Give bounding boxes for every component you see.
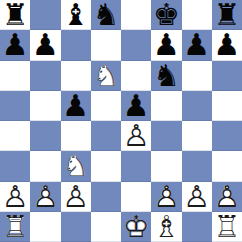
black-pawn[interactable]: ♟ (121, 91, 151, 121)
square-a1[interactable]: ♖ (0, 212, 30, 242)
black-rook[interactable]: ♜ (0, 0, 30, 30)
square-c5[interactable]: ♟ (61, 91, 91, 121)
white-pawn[interactable]: ♙ (0, 182, 30, 212)
white-bishop[interactable]: ♗ (151, 212, 181, 242)
square-a7[interactable]: ♟ (0, 30, 30, 60)
square-h8[interactable]: ♜ (212, 0, 242, 30)
square-d6[interactable]: ♘ (91, 61, 121, 91)
square-f4[interactable] (151, 121, 181, 151)
square-g2[interactable]: ♙ (182, 182, 212, 212)
square-a4[interactable] (0, 121, 30, 151)
square-a8[interactable]: ♜ (0, 0, 30, 30)
square-d4[interactable] (91, 121, 121, 151)
square-b7[interactable]: ♟ (30, 30, 60, 60)
square-f2[interactable]: ♙ (151, 182, 181, 212)
square-a5[interactable] (0, 91, 30, 121)
square-a2[interactable]: ♙ (0, 182, 30, 212)
square-c3[interactable]: ♘ (61, 151, 91, 181)
black-pawn[interactable]: ♟ (151, 30, 181, 60)
square-d7[interactable] (91, 30, 121, 60)
square-e2[interactable] (121, 182, 151, 212)
black-king[interactable]: ♚ (151, 0, 181, 30)
square-c2[interactable]: ♙ (61, 182, 91, 212)
square-h1[interactable]: ♖ (212, 212, 242, 242)
square-f1[interactable]: ♗ (151, 212, 181, 242)
square-c6[interactable] (61, 61, 91, 91)
square-d1[interactable] (91, 212, 121, 242)
black-knight[interactable]: ♞ (91, 0, 121, 30)
square-f8[interactable]: ♚ (151, 0, 181, 30)
square-e8[interactable] (121, 0, 151, 30)
square-b1[interactable] (30, 212, 60, 242)
square-c1[interactable] (61, 212, 91, 242)
square-c7[interactable] (61, 30, 91, 60)
black-pawn[interactable]: ♟ (61, 91, 91, 121)
square-c4[interactable] (61, 121, 91, 151)
square-e1[interactable]: ♔ (121, 212, 151, 242)
square-e7[interactable] (121, 30, 151, 60)
square-c8[interactable]: ♝ (61, 0, 91, 30)
square-h3[interactable] (212, 151, 242, 181)
square-e4[interactable]: ♙ (121, 121, 151, 151)
white-knight[interactable]: ♘ (91, 61, 121, 91)
white-pawn[interactable]: ♙ (212, 182, 242, 212)
square-g5[interactable] (182, 91, 212, 121)
square-f6[interactable]: ♞ (151, 61, 181, 91)
square-g8[interactable] (182, 0, 212, 30)
square-b3[interactable] (30, 151, 60, 181)
white-pawn[interactable]: ♙ (61, 182, 91, 212)
black-pawn[interactable]: ♟ (182, 30, 212, 60)
square-d8[interactable]: ♞ (91, 0, 121, 30)
white-pawn[interactable]: ♙ (30, 182, 60, 212)
square-d3[interactable] (91, 151, 121, 181)
white-king[interactable]: ♔ (121, 212, 151, 242)
square-h5[interactable] (212, 91, 242, 121)
square-b6[interactable] (30, 61, 60, 91)
black-rook[interactable]: ♜ (212, 0, 242, 30)
square-g7[interactable]: ♟ (182, 30, 212, 60)
black-pawn[interactable]: ♟ (212, 30, 242, 60)
square-a6[interactable] (0, 61, 30, 91)
square-g1[interactable] (182, 212, 212, 242)
square-b4[interactable] (30, 121, 60, 151)
square-h2[interactable]: ♙ (212, 182, 242, 212)
black-knight[interactable]: ♞ (151, 61, 181, 91)
square-g3[interactable] (182, 151, 212, 181)
square-f7[interactable]: ♟ (151, 30, 181, 60)
white-pawn[interactable]: ♙ (151, 182, 181, 212)
square-b8[interactable] (30, 0, 60, 30)
black-pawn[interactable]: ♟ (30, 30, 60, 60)
black-bishop[interactable]: ♝ (61, 0, 91, 30)
square-e5[interactable]: ♟ (121, 91, 151, 121)
square-b2[interactable]: ♙ (30, 182, 60, 212)
white-pawn[interactable]: ♙ (121, 121, 151, 151)
white-rook[interactable]: ♖ (212, 212, 242, 242)
square-e3[interactable] (121, 151, 151, 181)
white-knight[interactable]: ♘ (61, 151, 91, 181)
white-pawn[interactable]: ♙ (182, 182, 212, 212)
square-g6[interactable] (182, 61, 212, 91)
square-h7[interactable]: ♟ (212, 30, 242, 60)
square-h6[interactable] (212, 61, 242, 91)
black-pawn[interactable]: ♟ (0, 30, 30, 60)
square-f5[interactable] (151, 91, 181, 121)
square-g4[interactable] (182, 121, 212, 151)
square-f3[interactable] (151, 151, 181, 181)
square-e6[interactable] (121, 61, 151, 91)
square-d2[interactable] (91, 182, 121, 212)
square-b5[interactable] (30, 91, 60, 121)
white-rook[interactable]: ♖ (0, 212, 30, 242)
chess-board: ♜♝♞♚♜♟♟♟♟♟♘♞♟♟♙♘♙♙♙♙♙♙♖♔♗♖ (0, 0, 242, 242)
square-a3[interactable] (0, 151, 30, 181)
square-h4[interactable] (212, 121, 242, 151)
square-d5[interactable] (91, 91, 121, 121)
